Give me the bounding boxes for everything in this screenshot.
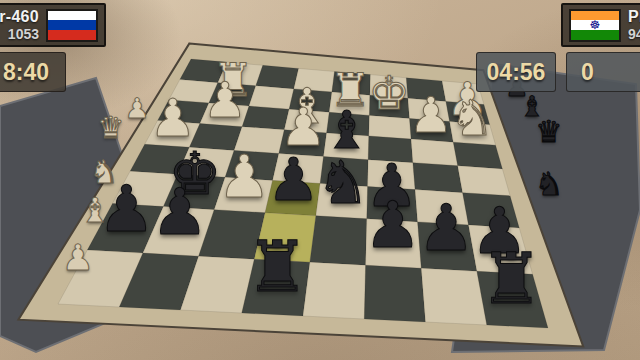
captured-white-knight: ♞	[90, 156, 119, 188]
player-left-name: yer-460	[0, 8, 39, 26]
square-e8[interactable]	[303, 262, 366, 319]
captured-white-pawn: ♟	[62, 240, 94, 276]
piece-white-pawn-b3[interactable]: ♟	[203, 76, 247, 125]
piece-black-pawn-f7[interactable]: ♟	[364, 192, 421, 256]
captured-white-bishop: ♝	[80, 193, 110, 227]
piece-white-pawn-g3[interactable]: ♟	[409, 91, 453, 140]
player-left-rating: 1053	[8, 26, 39, 42]
game-screen: ♜♜♚♟♟♝♟♞♟♟♝♟♚♟♞♟♟♟♟♟♟♜♜ ♟♛♞♝♟♟♝♛♞ yer-46…	[0, 0, 640, 360]
player-panel-left: yer-460 1053	[0, 3, 106, 47]
clock-right-secondary: 0	[566, 52, 640, 92]
square-h4[interactable]	[453, 142, 502, 169]
piece-white-king-f2[interactable]: ♚	[369, 70, 410, 116]
captured-black-queen: ♛	[536, 117, 563, 147]
flag-stripe	[48, 11, 96, 21]
captured-white-queen: ♛	[98, 113, 125, 143]
piece-black-bishop-e4[interactable]: ♝	[323, 105, 370, 157]
piece-black-pawn-d6[interactable]: ♟	[267, 151, 320, 210]
flag-stripe	[48, 20, 96, 30]
clock-left: 8:40	[0, 52, 66, 92]
piece-black-rook-d8[interactable]: ♜	[246, 232, 309, 302]
piece-white-pawn-a4[interactable]: ♟	[150, 92, 197, 144]
player-panel-right: ☸ Pla 948	[561, 3, 640, 47]
piece-white-pawn-c6[interactable]: ♟	[218, 148, 271, 207]
square-e7[interactable]	[310, 216, 367, 265]
piece-black-rook-h8[interactable]: ♜	[480, 244, 543, 314]
captured-black-knight: ♞	[535, 168, 564, 200]
piece-white-knight-h3[interactable]: ♞	[450, 94, 494, 143]
russia-flag-icon	[46, 9, 98, 42]
player-right-rating: 948	[628, 26, 640, 42]
square-g8[interactable]	[421, 268, 487, 325]
piece-black-pawn-b7[interactable]: ♟	[151, 180, 208, 244]
ashoka-chakra-icon: ☸	[590, 19, 601, 31]
captured-white-pawn: ♟	[124, 95, 149, 123]
flag-stripe	[48, 30, 96, 40]
india-flag-icon: ☸	[569, 9, 621, 42]
player-right-name: Pla	[628, 8, 640, 26]
piece-black-knight-e6[interactable]: ♞	[316, 154, 369, 213]
piece-black-pawn-g7[interactable]: ♟	[417, 195, 474, 259]
clock-right: 04:56	[476, 52, 556, 92]
piece-white-pawn-d4[interactable]: ♟	[280, 102, 327, 154]
square-f8[interactable]	[364, 265, 425, 322]
